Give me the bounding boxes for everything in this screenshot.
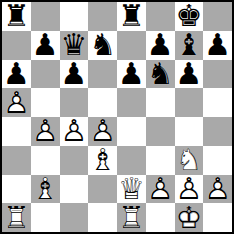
white-rook[interactable]: ♜♖: [117, 203, 146, 232]
square-h7[interactable]: ♟: [203, 31, 232, 60]
black-pawn[interactable]: ♟: [203, 31, 232, 60]
square-c7[interactable]: ♛: [60, 31, 89, 60]
square-d7[interactable]: ♞: [88, 31, 117, 60]
square-f4[interactable]: [146, 117, 175, 146]
square-b3[interactable]: [31, 146, 60, 175]
square-g8[interactable]: ♚: [175, 2, 204, 31]
square-g4[interactable]: [175, 117, 204, 146]
square-a6[interactable]: ♟: [2, 60, 31, 89]
square-c6[interactable]: ♟: [60, 60, 89, 89]
white-king[interactable]: ♚♔: [175, 203, 204, 232]
black-rook[interactable]: ♜: [117, 2, 146, 31]
square-h8[interactable]: [203, 2, 232, 31]
white-pawn[interactable]: ♟♙: [146, 175, 175, 204]
square-b7[interactable]: ♟: [31, 31, 60, 60]
square-h3[interactable]: [203, 146, 232, 175]
white-pawn[interactable]: ♟♙: [2, 88, 31, 117]
white-knight[interactable]: ♞♘: [175, 146, 204, 175]
square-e2[interactable]: ♛♕: [117, 175, 146, 204]
square-d2[interactable]: [88, 175, 117, 204]
square-h1[interactable]: [203, 203, 232, 232]
square-e6[interactable]: ♟: [117, 60, 146, 89]
white-pawn[interactable]: ♟♙: [88, 117, 117, 146]
square-f5[interactable]: [146, 88, 175, 117]
white-bishop[interactable]: ♝♗: [88, 146, 117, 175]
white-queen[interactable]: ♛♕: [117, 175, 146, 204]
square-e1[interactable]: ♜♖: [117, 203, 146, 232]
square-g6[interactable]: ♟: [175, 60, 204, 89]
square-g2[interactable]: ♟♙: [175, 175, 204, 204]
square-h4[interactable]: [203, 117, 232, 146]
square-a5[interactable]: ♟♙: [2, 88, 31, 117]
square-e5[interactable]: [117, 88, 146, 117]
white-rook[interactable]: ♜♖: [2, 203, 31, 232]
square-b2[interactable]: ♝♗: [31, 175, 60, 204]
square-g7[interactable]: ♝: [175, 31, 204, 60]
square-f1[interactable]: [146, 203, 175, 232]
square-a2[interactable]: [2, 175, 31, 204]
square-a3[interactable]: [2, 146, 31, 175]
square-c1[interactable]: [60, 203, 89, 232]
square-f6[interactable]: ♞: [146, 60, 175, 89]
square-a7[interactable]: [2, 31, 31, 60]
square-e7[interactable]: [117, 31, 146, 60]
square-e3[interactable]: [117, 146, 146, 175]
white-pawn[interactable]: ♟♙: [203, 175, 232, 204]
black-pawn[interactable]: ♟: [31, 31, 60, 60]
black-pawn[interactable]: ♟: [146, 31, 175, 60]
square-c3[interactable]: [60, 146, 89, 175]
black-knight[interactable]: ♞: [146, 60, 175, 89]
square-f7[interactable]: ♟: [146, 31, 175, 60]
square-f2[interactable]: ♟♙: [146, 175, 175, 204]
black-pawn[interactable]: ♟: [175, 60, 204, 89]
square-c4[interactable]: ♟♙: [60, 117, 89, 146]
square-e8[interactable]: ♜: [117, 2, 146, 31]
black-pawn[interactable]: ♟: [2, 60, 31, 89]
white-bishop[interactable]: ♝♗: [31, 175, 60, 204]
black-king[interactable]: ♚: [175, 2, 204, 31]
black-knight[interactable]: ♞: [88, 31, 117, 60]
square-d1[interactable]: [88, 203, 117, 232]
black-pawn[interactable]: ♟: [60, 60, 89, 89]
square-a1[interactable]: ♜♖: [2, 203, 31, 232]
square-a4[interactable]: [2, 117, 31, 146]
square-h5[interactable]: [203, 88, 232, 117]
square-b5[interactable]: [31, 88, 60, 117]
square-h2[interactable]: ♟♙: [203, 175, 232, 204]
square-d6[interactable]: [88, 60, 117, 89]
square-d3[interactable]: ♝♗: [88, 146, 117, 175]
square-c8[interactable]: [60, 2, 89, 31]
square-d4[interactable]: ♟♙: [88, 117, 117, 146]
square-b1[interactable]: [31, 203, 60, 232]
white-pawn[interactable]: ♟♙: [60, 117, 89, 146]
square-f8[interactable]: [146, 2, 175, 31]
black-bishop[interactable]: ♝: [175, 31, 204, 60]
square-g1[interactable]: ♚♔: [175, 203, 204, 232]
square-b6[interactable]: [31, 60, 60, 89]
chess-board: ♜♜♚♟♛♞♟♝♟♟♟♟♞♟♟♙♟♙♟♙♟♙♝♗♞♘♝♗♛♕♟♙♟♙♟♙♜♖♜♖…: [0, 0, 234, 234]
black-pawn[interactable]: ♟: [117, 60, 146, 89]
square-g3[interactable]: ♞♘: [175, 146, 204, 175]
square-g5[interactable]: [175, 88, 204, 117]
square-d5[interactable]: [88, 88, 117, 117]
square-d8[interactable]: [88, 2, 117, 31]
white-pawn[interactable]: ♟♙: [175, 175, 204, 204]
square-h6[interactable]: [203, 60, 232, 89]
square-b4[interactable]: ♟♙: [31, 117, 60, 146]
square-a8[interactable]: ♜: [2, 2, 31, 31]
square-c2[interactable]: [60, 175, 89, 204]
square-e4[interactable]: [117, 117, 146, 146]
white-pawn[interactable]: ♟♙: [31, 117, 60, 146]
black-queen[interactable]: ♛: [60, 31, 89, 60]
square-c5[interactable]: [60, 88, 89, 117]
square-f3[interactable]: [146, 146, 175, 175]
square-b8[interactable]: [31, 2, 60, 31]
black-rook[interactable]: ♜: [2, 2, 31, 31]
